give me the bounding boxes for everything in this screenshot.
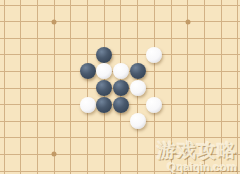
star-point [52, 19, 57, 24]
star-point [52, 152, 57, 157]
white-stone [130, 80, 146, 96]
white-stone [146, 97, 162, 113]
grid-line-horizontal [0, 38, 240, 39]
gomoku-board[interactable] [0, 0, 240, 174]
grid-line-horizontal [0, 171, 240, 172]
grid-line-horizontal [0, 54, 240, 55]
black-stone [96, 80, 112, 96]
black-stone [113, 97, 129, 113]
star-point [185, 152, 190, 157]
white-stone [96, 63, 112, 79]
grid-line-horizontal [0, 137, 240, 138]
grid-line-horizontal [0, 21, 240, 22]
white-stone [146, 47, 162, 63]
grid-line-horizontal [0, 5, 240, 6]
black-stone [96, 47, 112, 63]
black-stone [113, 80, 129, 96]
black-stone [80, 63, 96, 79]
white-stone [80, 97, 96, 113]
grid-line-horizontal [0, 121, 240, 122]
black-stone [130, 63, 146, 79]
screenshot-stage: 游戏攻略 Qqaiqin.com [0, 0, 240, 174]
grid-line-horizontal [0, 154, 240, 155]
white-stone [130, 113, 146, 129]
star-point [185, 19, 190, 24]
black-stone [96, 97, 112, 113]
white-stone [113, 63, 129, 79]
